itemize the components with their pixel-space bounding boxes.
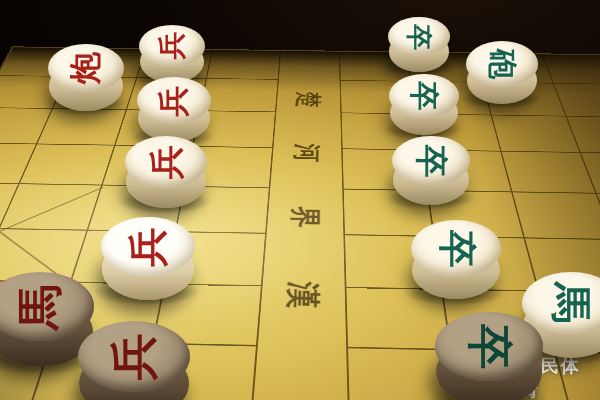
piece-face: 卒 bbox=[392, 136, 470, 185]
piece-face: 兵 bbox=[125, 136, 207, 188]
piece-red-soldier-3[interactable]: 兵 bbox=[125, 136, 207, 208]
piece-green-soldier-5[interactable]: 卒 bbox=[435, 312, 543, 400]
piece-face: 兵 bbox=[78, 321, 190, 392]
piece-character: 兵 bbox=[158, 85, 189, 116]
board-cell bbox=[512, 192, 600, 240]
piece-character: 卒 bbox=[437, 230, 475, 268]
piece-character: 兵 bbox=[128, 227, 167, 266]
piece-red-soldier-2[interactable]: 兵 bbox=[137, 77, 211, 142]
board-cell bbox=[19, 144, 115, 185]
board-cell bbox=[201, 79, 278, 112]
piece-character: 馬 bbox=[550, 282, 591, 323]
xiangqi-photo-scene: 楚河界漢 炮兵兵兵兵馬兵卒砲卒卒卒馬卒 新民体育 bbox=[0, 0, 600, 400]
piece-character: 卒 bbox=[409, 81, 438, 110]
piece-character: 兵 bbox=[158, 32, 186, 60]
piece-character: 兵 bbox=[110, 333, 157, 380]
river-character: 漢 bbox=[285, 281, 320, 309]
river-character: 河 bbox=[293, 144, 322, 163]
piece-character: 炮 bbox=[70, 52, 102, 84]
piece-green-soldier-4[interactable]: 卒 bbox=[411, 220, 501, 299]
river-character: 楚 bbox=[295, 92, 322, 108]
piece-green-soldier-2[interactable]: 卒 bbox=[389, 74, 459, 136]
piece-face: 兵 bbox=[101, 217, 195, 277]
piece-red-soldier-1[interactable]: 兵 bbox=[139, 25, 205, 83]
piece-character: 卒 bbox=[406, 24, 432, 50]
piece-face: 炮 bbox=[48, 44, 124, 92]
piece-face: 卒 bbox=[435, 312, 543, 380]
board-cell bbox=[207, 50, 280, 80]
piece-character: 卒 bbox=[415, 144, 448, 177]
piece-green-soldier-3[interactable]: 卒 bbox=[392, 136, 470, 205]
piece-character: 馬 bbox=[17, 284, 62, 329]
piece-character: 砲 bbox=[487, 49, 517, 79]
piece-face: 卒 bbox=[389, 74, 459, 118]
piece-green-cannon-far[interactable]: 砲 bbox=[466, 41, 538, 104]
piece-green-soldier-1[interactable]: 卒 bbox=[388, 17, 450, 72]
piece-character: 卒 bbox=[466, 324, 511, 369]
piece-character: 兵 bbox=[149, 145, 183, 179]
piece-face: 兵 bbox=[137, 77, 211, 124]
piece-red-soldier-4[interactable]: 兵 bbox=[101, 217, 195, 300]
piece-face: 卒 bbox=[411, 220, 501, 277]
piece-red-cannon-far[interactable]: 炮 bbox=[48, 44, 124, 111]
river-character: 界 bbox=[289, 206, 321, 229]
piece-face: 砲 bbox=[466, 41, 538, 87]
piece-face: 兵 bbox=[139, 25, 205, 67]
piece-red-soldier-5[interactable]: 兵 bbox=[78, 321, 190, 400]
